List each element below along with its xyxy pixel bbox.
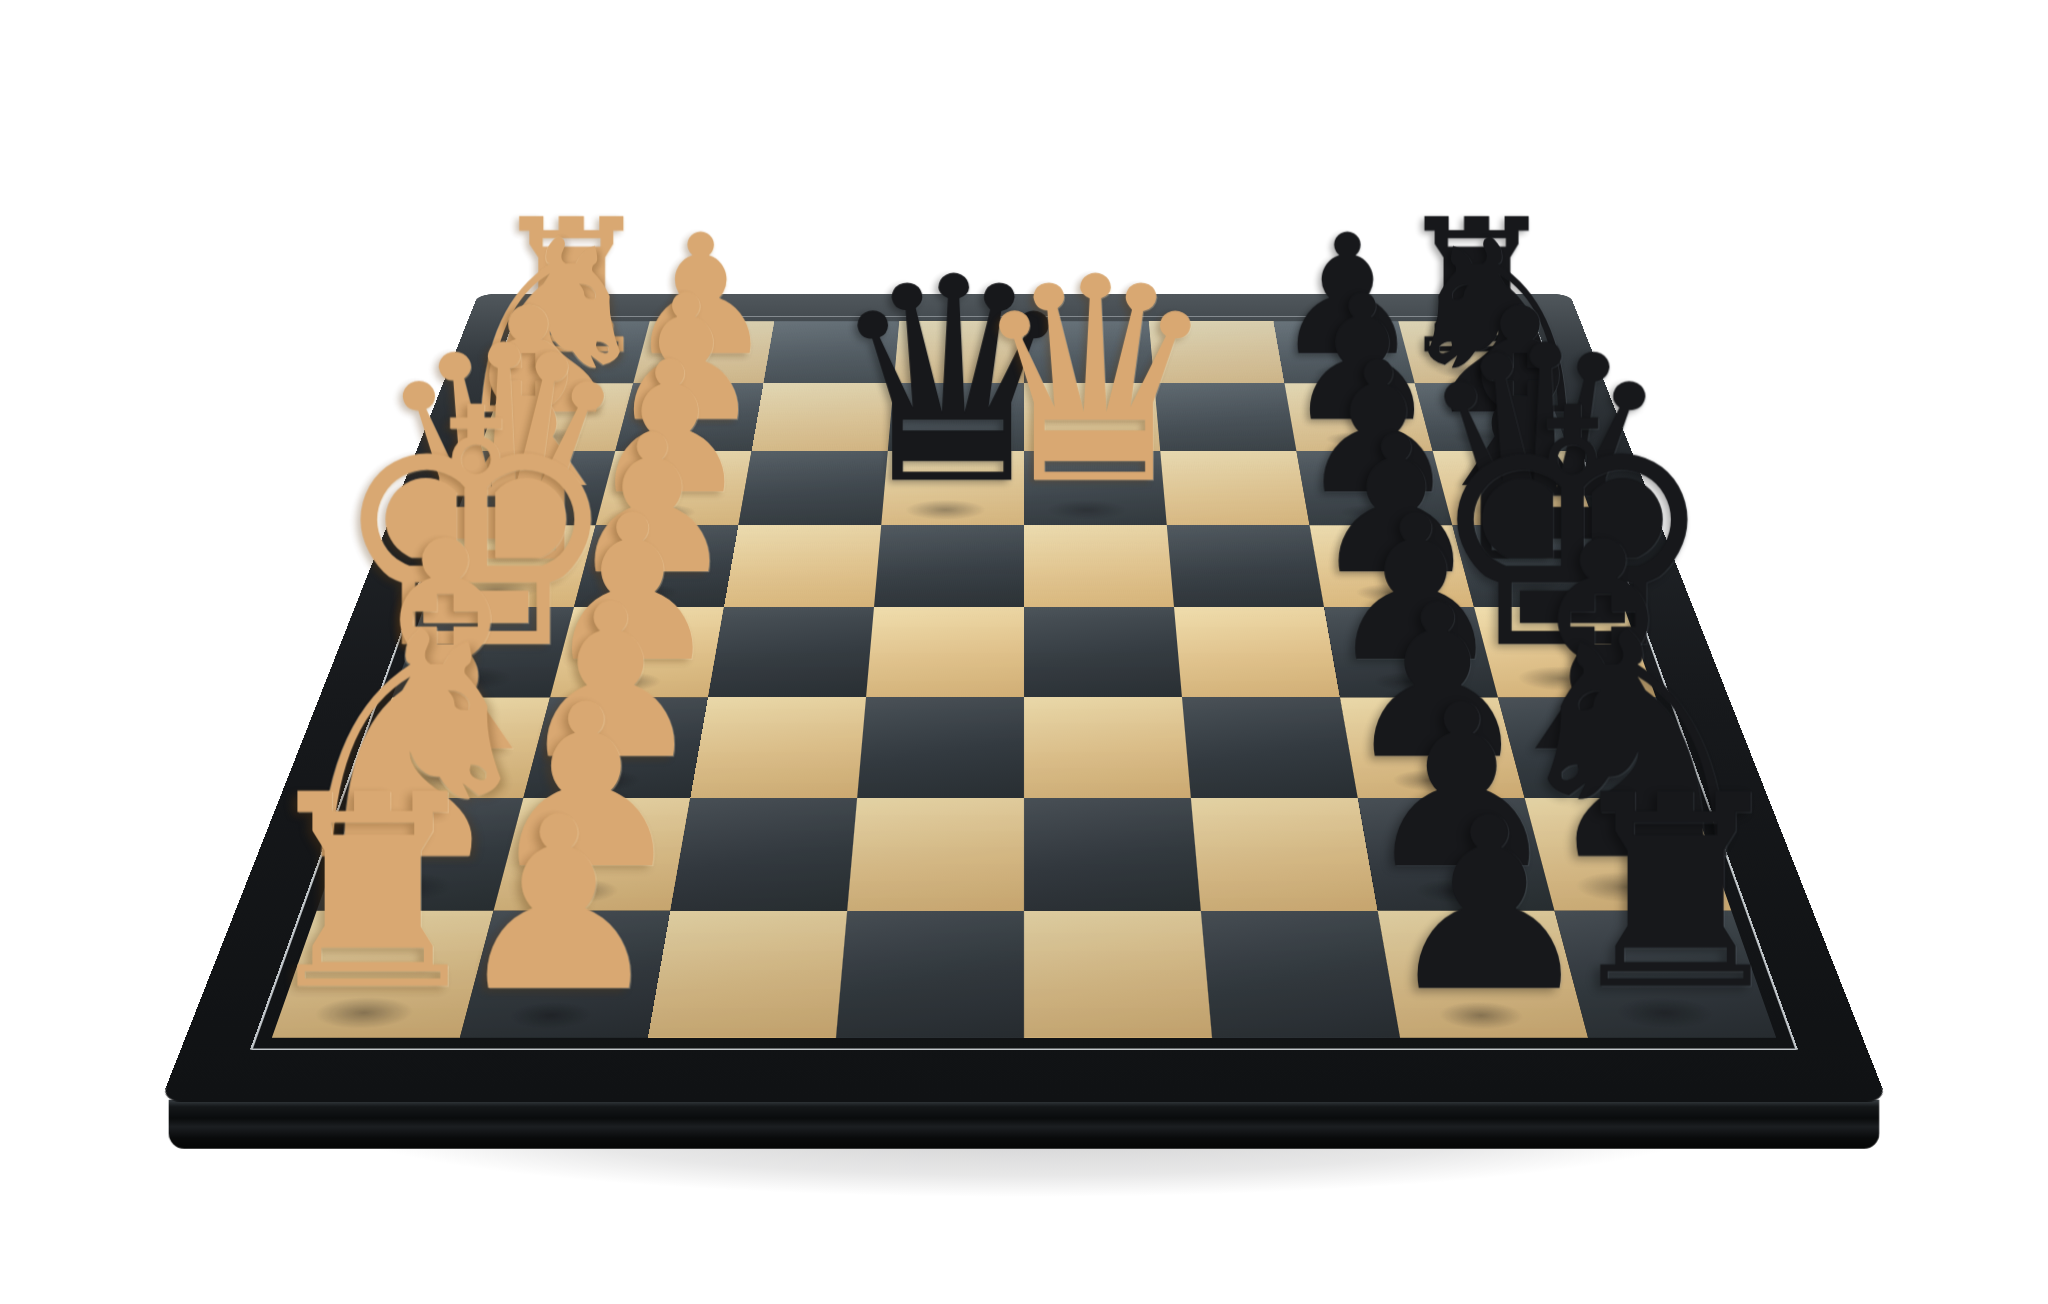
square-f6 bbox=[1182, 697, 1358, 798]
square-h1: ♜ bbox=[272, 911, 494, 1038]
board-frame: ♜♟♟♜♞♟♟♞♝♟♛♛♟♝♛♟♟♛♚♟♟♚♝♟♟♝♞♟♟♞♜♟♟♜ bbox=[160, 294, 1888, 1101]
black-rook-h8: ♜ bbox=[1556, 771, 1795, 1016]
square-g3 bbox=[670, 798, 857, 911]
chess-board: ♜♟♟♜♞♟♟♞♝♟♛♛♟♝♛♟♟♛♚♟♟♚♝♟♟♝♞♟♟♞♜♟♟♜ bbox=[160, 294, 1888, 1101]
white-queen-c5: ♛ bbox=[968, 252, 1222, 513]
square-e4 bbox=[866, 607, 1024, 697]
square-d3 bbox=[724, 525, 881, 607]
square-g5 bbox=[1024, 798, 1201, 911]
board-front-edge bbox=[169, 1100, 1880, 1149]
square-d5 bbox=[1024, 525, 1174, 607]
white-rook-h1: ♜ bbox=[253, 771, 492, 1016]
frame-inlay-line: ♜♟♟♜♞♟♟♞♝♟♛♛♟♝♛♟♟♛♚♟♟♚♝♟♟♝♞♟♟♞♜♟♟♜ bbox=[250, 316, 1798, 1051]
square-f4 bbox=[857, 697, 1024, 798]
square-c5: ♛ bbox=[1024, 451, 1167, 525]
square-e5 bbox=[1024, 607, 1182, 697]
square-h5 bbox=[1024, 911, 1212, 1038]
square-h8: ♜ bbox=[1554, 911, 1776, 1038]
square-e6 bbox=[1174, 607, 1340, 697]
square-f5 bbox=[1024, 697, 1191, 798]
square-e3 bbox=[708, 607, 874, 697]
square-d6 bbox=[1167, 525, 1324, 607]
board-grid: ♜♟♟♜♞♟♟♞♝♟♛♛♟♝♛♟♟♛♚♟♟♚♝♟♟♝♞♟♟♞♜♟♟♜ bbox=[272, 321, 1776, 1037]
square-h3 bbox=[648, 911, 847, 1038]
scene-description: Angled photo-style view of a wooden Stau… bbox=[0, 0, 1, 1]
square-g4 bbox=[847, 798, 1024, 911]
square-d4 bbox=[874, 525, 1024, 607]
square-f3 bbox=[690, 697, 866, 798]
square-h4 bbox=[836, 911, 1024, 1038]
chess-set-photo-scene: Angled photo-style view of a wooden Stau… bbox=[0, 0, 2048, 1304]
square-h6 bbox=[1201, 911, 1400, 1038]
square-g6 bbox=[1191, 798, 1378, 911]
